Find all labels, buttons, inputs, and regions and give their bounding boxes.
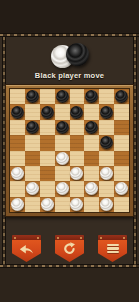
white-man-b2[interactable] xyxy=(26,182,39,195)
square-f8[interactable] xyxy=(84,89,99,104)
square-f5[interactable] xyxy=(84,135,99,150)
menu-bars-icon xyxy=(105,242,121,255)
square-a5[interactable] xyxy=(10,135,25,150)
square-h1[interactable] xyxy=(114,197,129,212)
square-g8[interactable] xyxy=(99,89,114,104)
square-f2[interactable] xyxy=(84,181,99,196)
square-h5[interactable] xyxy=(114,135,129,150)
square-c8[interactable] xyxy=(40,89,55,104)
square-c7[interactable] xyxy=(40,104,55,119)
square-g6[interactable] xyxy=(99,120,114,135)
black-checker-icon xyxy=(66,43,89,66)
checkers-app-screen: Black player move xyxy=(0,0,139,302)
status-text: Black player move xyxy=(0,71,139,80)
black-man-b6[interactable] xyxy=(26,121,39,134)
square-f1[interactable] xyxy=(84,197,99,212)
black-man-e7[interactable] xyxy=(70,106,83,119)
square-f4[interactable] xyxy=(84,151,99,166)
undo-button-band xyxy=(12,235,41,240)
top-leather-band xyxy=(0,0,139,34)
square-b4[interactable] xyxy=(25,151,40,166)
menu-button-body xyxy=(98,240,127,262)
square-b8[interactable] xyxy=(25,89,40,104)
square-g3[interactable] xyxy=(99,166,114,181)
black-man-h8[interactable] xyxy=(115,90,128,103)
square-c2[interactable] xyxy=(40,181,55,196)
square-d2[interactable] xyxy=(55,181,70,196)
square-d7[interactable] xyxy=(55,104,70,119)
bottom-leather-band xyxy=(0,268,139,302)
black-man-f6[interactable] xyxy=(85,121,98,134)
square-b2[interactable] xyxy=(25,181,40,196)
black-man-g5[interactable] xyxy=(100,136,113,149)
square-g5[interactable] xyxy=(99,135,114,150)
square-d1[interactable] xyxy=(55,197,70,212)
black-man-f8[interactable] xyxy=(85,90,98,103)
square-a4[interactable] xyxy=(10,151,25,166)
square-g1[interactable] xyxy=(99,197,114,212)
square-a6[interactable] xyxy=(10,120,25,135)
black-man-a7[interactable] xyxy=(11,106,24,119)
board-frame xyxy=(5,84,134,217)
white-man-g3[interactable] xyxy=(100,167,113,180)
white-man-d4[interactable] xyxy=(56,152,69,165)
square-a8[interactable] xyxy=(10,89,25,104)
black-man-d8[interactable] xyxy=(56,90,69,103)
square-d6[interactable] xyxy=(55,120,70,135)
square-f3[interactable] xyxy=(84,166,99,181)
square-h6[interactable] xyxy=(114,120,129,135)
white-man-a1[interactable] xyxy=(11,198,24,211)
black-man-g7[interactable] xyxy=(100,106,113,119)
square-e7[interactable] xyxy=(70,104,85,119)
square-c3[interactable] xyxy=(40,166,55,181)
restart-icon xyxy=(62,242,78,255)
turn-indicator xyxy=(0,42,139,70)
white-man-c1[interactable] xyxy=(41,198,54,211)
square-h7[interactable] xyxy=(114,104,129,119)
white-man-a3[interactable] xyxy=(11,167,24,180)
square-e5[interactable] xyxy=(70,135,85,150)
square-e6[interactable] xyxy=(70,120,85,135)
square-a7[interactable] xyxy=(10,104,25,119)
square-h4[interactable] xyxy=(114,151,129,166)
square-h3[interactable] xyxy=(114,166,129,181)
board xyxy=(9,88,130,213)
square-a3[interactable] xyxy=(10,166,25,181)
square-c4[interactable] xyxy=(40,151,55,166)
menu-button-band xyxy=(98,235,127,240)
undo-button[interactable] xyxy=(12,235,41,263)
square-e2[interactable] xyxy=(70,181,85,196)
square-b1[interactable] xyxy=(25,197,40,212)
square-b7[interactable] xyxy=(25,104,40,119)
square-g7[interactable] xyxy=(99,104,114,119)
restart-button-body xyxy=(55,240,84,262)
white-man-g1[interactable] xyxy=(100,198,113,211)
black-man-d6[interactable] xyxy=(56,121,69,134)
square-d5[interactable] xyxy=(55,135,70,150)
black-man-c7[interactable] xyxy=(41,106,54,119)
square-d4[interactable] xyxy=(55,151,70,166)
square-b5[interactable] xyxy=(25,135,40,150)
square-e4[interactable] xyxy=(70,151,85,166)
stitched-seam-bottom xyxy=(0,265,139,267)
square-e1[interactable] xyxy=(70,197,85,212)
black-man-b8[interactable] xyxy=(26,90,39,103)
square-a1[interactable] xyxy=(10,197,25,212)
square-e3[interactable] xyxy=(70,166,85,181)
square-d8[interactable] xyxy=(55,89,70,104)
square-f6[interactable] xyxy=(84,120,99,135)
square-a2[interactable] xyxy=(10,181,25,196)
square-b3[interactable] xyxy=(25,166,40,181)
stitched-seam-top xyxy=(0,34,139,36)
white-man-e3[interactable] xyxy=(70,167,83,180)
square-f7[interactable] xyxy=(84,104,99,119)
restart-button[interactable] xyxy=(55,235,84,263)
square-h8[interactable] xyxy=(114,89,129,104)
white-man-h2[interactable] xyxy=(115,182,128,195)
white-man-f2[interactable] xyxy=(85,182,98,195)
restart-button-band xyxy=(55,235,84,240)
square-g4[interactable] xyxy=(99,151,114,166)
white-man-d2[interactable] xyxy=(56,182,69,195)
square-b6[interactable] xyxy=(25,120,40,135)
square-c1[interactable] xyxy=(40,197,55,212)
undo-button-body xyxy=(12,240,41,262)
menu-button[interactable] xyxy=(98,235,127,263)
undo-arrow-icon xyxy=(19,242,35,255)
square-d3[interactable] xyxy=(55,166,70,181)
white-man-e1[interactable] xyxy=(70,198,83,211)
square-c5[interactable] xyxy=(40,135,55,150)
square-c6[interactable] xyxy=(40,120,55,135)
square-g2[interactable] xyxy=(99,181,114,196)
square-h2[interactable] xyxy=(114,181,129,196)
square-e8[interactable] xyxy=(70,89,85,104)
